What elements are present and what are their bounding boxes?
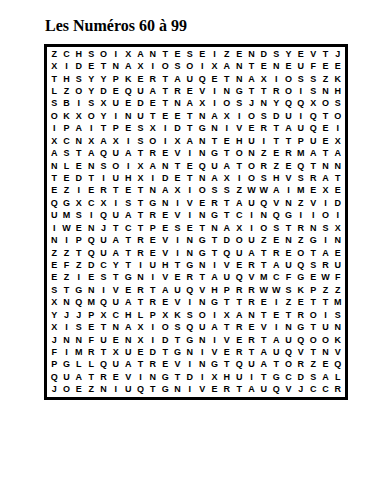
grid-cell: N bbox=[282, 197, 294, 209]
grid-cell: R bbox=[233, 346, 245, 358]
grid-cell: T bbox=[134, 359, 146, 371]
grid-cell: Z bbox=[60, 185, 72, 197]
grid-cell: E bbox=[319, 123, 331, 135]
grid-cell: I bbox=[208, 98, 220, 110]
grid-cell: A bbox=[134, 48, 146, 60]
grid-cell: O bbox=[233, 234, 245, 246]
grid-cell: X bbox=[233, 222, 245, 234]
grid-cell: N bbox=[196, 334, 208, 346]
grid-cell: A bbox=[147, 160, 159, 172]
grid-cell: F bbox=[48, 346, 60, 358]
grid-cell: A bbox=[122, 359, 134, 371]
grid-cell: S bbox=[258, 110, 270, 122]
grid-cell: U bbox=[110, 297, 122, 309]
grid-cell: Z bbox=[233, 185, 245, 197]
grid-cell: P bbox=[307, 284, 319, 296]
grid-cell: N bbox=[159, 197, 171, 209]
grid-cell: G bbox=[122, 272, 134, 284]
grid-cell: T bbox=[97, 123, 109, 135]
grid-cell: L bbox=[48, 85, 60, 97]
grid-cell: R bbox=[147, 73, 159, 85]
grid-cell: I bbox=[159, 135, 171, 147]
grid-cell: D bbox=[97, 85, 109, 97]
grid-cell: T bbox=[319, 147, 331, 159]
grid-cell: S bbox=[233, 98, 245, 110]
grid-cell: O bbox=[282, 73, 294, 85]
grid-cell: E bbox=[147, 98, 159, 110]
grid-cell: V bbox=[258, 321, 270, 333]
grid-cell: E bbox=[159, 297, 171, 309]
grid-cell: R bbox=[332, 384, 344, 396]
grid-cell: G bbox=[196, 247, 208, 259]
grid-cell: I bbox=[184, 359, 196, 371]
grid-cell: A bbox=[245, 247, 257, 259]
grid-cell: Y bbox=[85, 73, 97, 85]
grid-cell: X bbox=[110, 135, 122, 147]
grid-cell: I bbox=[307, 210, 319, 222]
grid-cell: D bbox=[258, 48, 270, 60]
grid-cell: I bbox=[73, 98, 85, 110]
grid-cell: X bbox=[332, 135, 344, 147]
grid-cell: Q bbox=[282, 98, 294, 110]
grid-cell: T bbox=[159, 73, 171, 85]
grid-cell: D bbox=[147, 346, 159, 358]
grid-cell: R bbox=[245, 259, 257, 271]
grid-cell: A bbox=[319, 371, 331, 383]
grid-cell: U bbox=[307, 135, 319, 147]
grid-cell: M bbox=[332, 297, 344, 309]
grid-cell: D bbox=[295, 371, 307, 383]
grid-cell: V bbox=[122, 371, 134, 383]
grid-cell: T bbox=[258, 334, 270, 346]
grid-cell: N bbox=[196, 147, 208, 159]
grid-cell: E bbox=[122, 185, 134, 197]
grid-cell: I bbox=[110, 197, 122, 209]
grid-cell: G bbox=[184, 334, 196, 346]
grid-cell: I bbox=[208, 85, 220, 97]
grid-cell: A bbox=[184, 135, 196, 147]
grid-cell: Q bbox=[48, 197, 60, 209]
grid-cell: I bbox=[73, 272, 85, 284]
grid-cell: E bbox=[184, 85, 196, 97]
grid-cell: C bbox=[60, 48, 72, 60]
grid-cell: Q bbox=[307, 123, 319, 135]
grid-cell: L bbox=[332, 371, 344, 383]
grid-cell: M bbox=[258, 272, 270, 284]
grid-cell: T bbox=[307, 321, 319, 333]
grid-cell: V bbox=[171, 359, 183, 371]
grid-cell: A bbox=[221, 160, 233, 172]
grid-cell: W bbox=[319, 272, 331, 284]
grid-cell: T bbox=[258, 371, 270, 383]
grid-cell: I bbox=[60, 321, 72, 333]
grid-cell: A bbox=[159, 185, 171, 197]
grid-cell: Q bbox=[295, 334, 307, 346]
grid-cell: E bbox=[171, 272, 183, 284]
grid-cell: E bbox=[258, 60, 270, 72]
grid-cell: G bbox=[147, 197, 159, 209]
grid-cell: T bbox=[258, 309, 270, 321]
grid-cell: P bbox=[110, 73, 122, 85]
grid-cell: T bbox=[307, 247, 319, 259]
grid-cell: I bbox=[171, 234, 183, 246]
grid-cell: Q bbox=[295, 160, 307, 172]
grid-cell: U bbox=[97, 334, 109, 346]
grid-cell: E bbox=[319, 135, 331, 147]
grid-cell: T bbox=[221, 210, 233, 222]
grid-cell: I bbox=[319, 197, 331, 209]
grid-cell: I bbox=[221, 123, 233, 135]
grid-cell: U bbox=[134, 110, 146, 122]
grid-cell: T bbox=[233, 384, 245, 396]
grid-cell: S bbox=[270, 48, 282, 60]
grid-cell: U bbox=[233, 371, 245, 383]
grid-cell: Q bbox=[97, 359, 109, 371]
puzzle-title: Les Numéros 60 à 99 bbox=[45, 17, 187, 35]
grid-cell: N bbox=[73, 334, 85, 346]
grid-cell: Q bbox=[85, 234, 97, 246]
grid-cell: Z bbox=[48, 48, 60, 60]
grid-cell: T bbox=[134, 222, 146, 234]
grid-cell: O bbox=[97, 48, 109, 60]
grid-cell: L bbox=[73, 359, 85, 371]
grid-cell: Y bbox=[110, 259, 122, 271]
grid-cell: R bbox=[97, 371, 109, 383]
grid-cell: N bbox=[196, 135, 208, 147]
grid-cell: U bbox=[110, 147, 122, 159]
grid-cell: S bbox=[171, 321, 183, 333]
grid-cell: X bbox=[147, 123, 159, 135]
grid-cell: T bbox=[134, 197, 146, 209]
grid-cell: U bbox=[122, 346, 134, 358]
grid-cell: U bbox=[319, 321, 331, 333]
grid-cell: T bbox=[147, 384, 159, 396]
grid-cell: I bbox=[196, 371, 208, 383]
grid-cell: A bbox=[282, 123, 294, 135]
grid-cell: J bbox=[97, 222, 109, 234]
grid-cell: I bbox=[171, 197, 183, 209]
grid-cell: S bbox=[307, 73, 319, 85]
grid-cell: N bbox=[208, 123, 220, 135]
grid-cell: Q bbox=[134, 384, 146, 396]
grid-cell: I bbox=[97, 172, 109, 184]
grid-cell: X bbox=[159, 309, 171, 321]
grid-cell: S bbox=[307, 259, 319, 271]
grid-cell: N bbox=[282, 321, 294, 333]
grid-cell: U bbox=[245, 359, 257, 371]
grid-cell: N bbox=[122, 334, 134, 346]
grid-cell: U bbox=[147, 259, 159, 271]
grid-cell: R bbox=[282, 147, 294, 159]
grid-cell: T bbox=[159, 48, 171, 60]
grid-cell: A bbox=[270, 259, 282, 271]
grid-cell: U bbox=[332, 259, 344, 271]
grid-cell: T bbox=[184, 123, 196, 135]
grid-cell: U bbox=[245, 234, 257, 246]
grid-cell: O bbox=[159, 60, 171, 72]
grid-cell: T bbox=[134, 185, 146, 197]
grid-cell: A bbox=[122, 147, 134, 159]
grid-cell: O bbox=[110, 160, 122, 172]
grid-cell: L bbox=[134, 309, 146, 321]
grid-cell: G bbox=[307, 234, 319, 246]
grid-cell: I bbox=[295, 110, 307, 122]
grid-cell: E bbox=[73, 384, 85, 396]
grid-cell: R bbox=[295, 222, 307, 234]
grid-cell: P bbox=[60, 123, 72, 135]
grid-cell: X bbox=[48, 60, 60, 72]
grid-cell: U bbox=[295, 123, 307, 135]
grid-cell: U bbox=[110, 210, 122, 222]
grid-cell: O bbox=[319, 210, 331, 222]
grid-cell: I bbox=[208, 259, 220, 271]
grid-cell: E bbox=[282, 160, 294, 172]
grid-cell: Q bbox=[295, 259, 307, 271]
grid-cell: Q bbox=[73, 297, 85, 309]
grid-cell: V bbox=[307, 197, 319, 209]
grid-cell: F bbox=[332, 272, 344, 284]
grid-cell: V bbox=[196, 384, 208, 396]
grid-cell: T bbox=[319, 297, 331, 309]
grid-cell: N bbox=[171, 384, 183, 396]
grid-cell: V bbox=[221, 334, 233, 346]
grid-cell: S bbox=[48, 284, 60, 296]
grid-cell: I bbox=[60, 60, 72, 72]
grid-cell: E bbox=[73, 160, 85, 172]
grid-cell: G bbox=[159, 371, 171, 383]
grid-cell: I bbox=[122, 135, 134, 147]
grid-cell: S bbox=[208, 185, 220, 197]
grid-cell: H bbox=[159, 259, 171, 271]
grid-cell: E bbox=[73, 222, 85, 234]
grid-cell: X bbox=[332, 222, 344, 234]
grid-cell: I bbox=[245, 210, 257, 222]
grid-cell: E bbox=[48, 185, 60, 197]
grid-cell: V bbox=[171, 297, 183, 309]
grid-cell: T bbox=[171, 259, 183, 271]
grid-cell: G bbox=[270, 371, 282, 383]
grid-cell: Q bbox=[184, 284, 196, 296]
grid-cell: A bbox=[319, 172, 331, 184]
grid-cell: E bbox=[159, 222, 171, 234]
grid-cell: T bbox=[85, 172, 97, 184]
grid-cell: N bbox=[233, 73, 245, 85]
grid-cell: T bbox=[258, 247, 270, 259]
grid-cell: X bbox=[122, 48, 134, 60]
grid-cell: U bbox=[196, 321, 208, 333]
grid-cell: E bbox=[122, 123, 134, 135]
grid-cell: R bbox=[134, 284, 146, 296]
grid-cell: E bbox=[159, 359, 171, 371]
grid-cell: S bbox=[97, 160, 109, 172]
grid-cell: X bbox=[134, 321, 146, 333]
grid-cell: O bbox=[60, 384, 72, 396]
grid-cell: A bbox=[208, 172, 220, 184]
grid-cell: R bbox=[270, 247, 282, 259]
grid-cell: K bbox=[60, 110, 72, 122]
grid-cell: T bbox=[245, 85, 257, 97]
grid-cell: J bbox=[73, 309, 85, 321]
grid-cell: W bbox=[258, 284, 270, 296]
grid-cell: E bbox=[196, 48, 208, 60]
grid-cell: I bbox=[110, 384, 122, 396]
grid-cell: T bbox=[97, 60, 109, 72]
grid-cell: U bbox=[97, 234, 109, 246]
grid-cell: N bbox=[97, 384, 109, 396]
grid-cell: T bbox=[282, 135, 294, 147]
grid-cell: S bbox=[270, 222, 282, 234]
grid-cell: X bbox=[97, 197, 109, 209]
grid-cell: E bbox=[159, 110, 171, 122]
grid-cell: S bbox=[319, 222, 331, 234]
grid-cell: I bbox=[159, 123, 171, 135]
grid-cell: N bbox=[122, 110, 134, 122]
grid-cell: Y bbox=[97, 73, 109, 85]
grid-cell: V bbox=[171, 210, 183, 222]
grid-cell: E bbox=[85, 272, 97, 284]
grid-cell: E bbox=[208, 384, 220, 396]
grid-cell: Q bbox=[270, 210, 282, 222]
grid-cell: L bbox=[85, 359, 97, 371]
grid-cell: G bbox=[295, 272, 307, 284]
grid-cell: R bbox=[233, 284, 245, 296]
grid-cell: N bbox=[184, 346, 196, 358]
grid-cell: S bbox=[73, 73, 85, 85]
grid-cell: T bbox=[221, 297, 233, 309]
grid-cell: O bbox=[295, 247, 307, 259]
grid-cell: X bbox=[221, 110, 233, 122]
grid-cell: N bbox=[85, 284, 97, 296]
grid-cell: G bbox=[196, 234, 208, 246]
grid-cell: I bbox=[134, 371, 146, 383]
grid-cell: I bbox=[184, 297, 196, 309]
grid-cell: O bbox=[258, 222, 270, 234]
grid-cell: S bbox=[332, 309, 344, 321]
grid-cell: O bbox=[196, 185, 208, 197]
grid-cell: N bbox=[221, 85, 233, 97]
grid-cell: Q bbox=[122, 85, 134, 97]
grid-cell: C bbox=[319, 384, 331, 396]
grid-cell: A bbox=[97, 135, 109, 147]
grid-cell: T bbox=[270, 135, 282, 147]
grid-cell: R bbox=[319, 259, 331, 271]
grid-cell: Q bbox=[282, 346, 294, 358]
grid-cell: Q bbox=[258, 197, 270, 209]
grid-cell: A bbox=[258, 346, 270, 358]
grid-cell: S bbox=[134, 135, 146, 147]
grid-cell: E bbox=[221, 346, 233, 358]
grid-cell: Z bbox=[60, 247, 72, 259]
grid-cell: R bbox=[270, 85, 282, 97]
grid-cell: E bbox=[233, 334, 245, 346]
grid-cell: D bbox=[171, 123, 183, 135]
grid-cell: I bbox=[295, 210, 307, 222]
grid-cell: S bbox=[295, 73, 307, 85]
grid-cell: E bbox=[159, 147, 171, 159]
grid-cell: S bbox=[184, 309, 196, 321]
grid-cell: E bbox=[122, 98, 134, 110]
grid-cell: N bbox=[196, 297, 208, 309]
grid-cell: T bbox=[282, 222, 294, 234]
grid-cell: O bbox=[184, 60, 196, 72]
grid-cell: E bbox=[233, 259, 245, 271]
grid-cell: A bbox=[122, 297, 134, 309]
grid-cell: N bbox=[319, 85, 331, 97]
grid-cell: I bbox=[319, 309, 331, 321]
grid-cell: T bbox=[184, 172, 196, 184]
grid-cell: R bbox=[147, 297, 159, 309]
grid-cell: V bbox=[196, 284, 208, 296]
grid-cell: X bbox=[208, 60, 220, 72]
grid-cell: S bbox=[282, 284, 294, 296]
grid-cell: N bbox=[171, 98, 183, 110]
grid-cell: I bbox=[233, 110, 245, 122]
grid-cell: Z bbox=[258, 234, 270, 246]
grid-cell: N bbox=[245, 147, 257, 159]
grid-cell: I bbox=[97, 284, 109, 296]
grid-cell: S bbox=[73, 210, 85, 222]
grid-cell: X bbox=[48, 321, 60, 333]
grid-cell: V bbox=[221, 259, 233, 271]
grid-cell: F bbox=[85, 334, 97, 346]
grid-cell: C bbox=[97, 259, 109, 271]
grid-cell: E bbox=[282, 60, 294, 72]
grid-cell: A bbox=[85, 147, 97, 159]
grid-cell: I bbox=[245, 371, 257, 383]
grid-cell: I bbox=[147, 334, 159, 346]
grid-cell: O bbox=[196, 309, 208, 321]
grid-cell: E bbox=[307, 185, 319, 197]
grid-cell: G bbox=[159, 384, 171, 396]
grid-cell: H bbox=[270, 172, 282, 184]
grid-cell: N bbox=[196, 210, 208, 222]
grid-cell: E bbox=[171, 48, 183, 60]
grid-cell: S bbox=[60, 147, 72, 159]
grid-cell: J bbox=[48, 384, 60, 396]
grid-cell: S bbox=[171, 60, 183, 72]
grid-cell: V bbox=[110, 284, 122, 296]
grid-cell: I bbox=[122, 160, 134, 172]
grid-cell: I bbox=[270, 297, 282, 309]
grid-cell: E bbox=[258, 297, 270, 309]
grid-cell: U bbox=[171, 284, 183, 296]
grid-cell: Q bbox=[48, 371, 60, 383]
grid-cell: A bbox=[184, 98, 196, 110]
grid-cell: X bbox=[134, 60, 146, 72]
grid-cell: T bbox=[60, 284, 72, 296]
grid-cell: T bbox=[110, 185, 122, 197]
grid-cell: S bbox=[258, 172, 270, 184]
grid-cell: T bbox=[147, 284, 159, 296]
grid-cell: R bbox=[258, 123, 270, 135]
grid-cell: N bbox=[307, 222, 319, 234]
grid-cell: Z bbox=[221, 48, 233, 60]
grid-cell: E bbox=[184, 222, 196, 234]
grid-cell: T bbox=[245, 346, 257, 358]
grid-cell: U bbox=[134, 85, 146, 97]
grid-cell: T bbox=[159, 346, 171, 358]
grid-cell: U bbox=[110, 98, 122, 110]
grid-cell: T bbox=[221, 321, 233, 333]
grid-cell: X bbox=[319, 185, 331, 197]
grid-cell: D bbox=[134, 98, 146, 110]
grid-cell: C bbox=[85, 197, 97, 209]
grid-cell: T bbox=[171, 371, 183, 383]
grid-cell: N bbox=[258, 98, 270, 110]
grid-cell: U bbox=[233, 247, 245, 259]
grid-cell: P bbox=[73, 234, 85, 246]
grid-cell: X bbox=[110, 346, 122, 358]
